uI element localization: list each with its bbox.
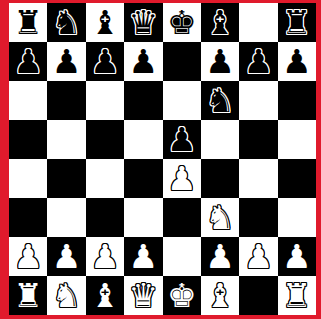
square-g1[interactable] — [239, 276, 277, 315]
piece-black-pawn[interactable]: ♟ — [205, 45, 235, 78]
square-d7[interactable]: ♟ — [124, 42, 162, 81]
piece-white-pawn[interactable]: ♟ — [52, 240, 82, 273]
square-h6[interactable] — [278, 81, 316, 120]
square-c2[interactable]: ♟ — [86, 237, 124, 276]
square-c7[interactable]: ♟ — [86, 42, 124, 81]
piece-black-pawn[interactable]: ♟ — [282, 45, 312, 78]
square-e5[interactable]: ♟ — [163, 120, 201, 159]
piece-white-queen[interactable]: ♛ — [129, 279, 159, 312]
square-a3[interactable] — [9, 198, 47, 237]
square-g4[interactable] — [239, 159, 277, 198]
square-f8[interactable]: ♝ — [201, 3, 239, 42]
piece-white-bishop[interactable]: ♝ — [205, 279, 235, 312]
piece-white-pawn[interactable]: ♟ — [167, 162, 197, 195]
piece-black-knight[interactable]: ♞ — [205, 84, 235, 117]
square-a2[interactable]: ♟ — [9, 237, 47, 276]
square-f2[interactable]: ♟ — [201, 237, 239, 276]
square-f3[interactable]: ♞ — [201, 198, 239, 237]
square-f4[interactable] — [201, 159, 239, 198]
square-c6[interactable] — [86, 81, 124, 120]
piece-black-rook[interactable]: ♜ — [282, 6, 312, 39]
board-frame: ♜♞♝♛♚♝♜♟♟♟♟♟♟♟♞♟♟♞♟♟♟♟♟♟♟♜♞♝♛♚♝♜ — [0, 0, 321, 319]
piece-white-rook[interactable]: ♜ — [282, 279, 312, 312]
square-e8[interactable]: ♚ — [163, 3, 201, 42]
square-h8[interactable]: ♜ — [278, 3, 316, 42]
square-f5[interactable] — [201, 120, 239, 159]
square-f1[interactable]: ♝ — [201, 276, 239, 315]
square-b3[interactable] — [47, 198, 85, 237]
square-g6[interactable] — [239, 81, 277, 120]
square-c1[interactable]: ♝ — [86, 276, 124, 315]
square-h1[interactable]: ♜ — [278, 276, 316, 315]
square-a4[interactable] — [9, 159, 47, 198]
square-a7[interactable]: ♟ — [9, 42, 47, 81]
square-e3[interactable] — [163, 198, 201, 237]
square-b4[interactable] — [47, 159, 85, 198]
piece-white-pawn[interactable]: ♟ — [244, 240, 274, 273]
square-h5[interactable] — [278, 120, 316, 159]
square-c5[interactable] — [86, 120, 124, 159]
square-f6[interactable]: ♞ — [201, 81, 239, 120]
square-c3[interactable] — [86, 198, 124, 237]
square-g3[interactable] — [239, 198, 277, 237]
square-g2[interactable]: ♟ — [239, 237, 277, 276]
square-c8[interactable]: ♝ — [86, 3, 124, 42]
square-b6[interactable] — [47, 81, 85, 120]
square-g5[interactable] — [239, 120, 277, 159]
square-h7[interactable]: ♟ — [278, 42, 316, 81]
piece-white-pawn[interactable]: ♟ — [90, 240, 120, 273]
square-b7[interactable]: ♟ — [47, 42, 85, 81]
piece-white-king[interactable]: ♚ — [167, 279, 197, 312]
square-e6[interactable] — [163, 81, 201, 120]
chess-board: ♜♞♝♛♚♝♜♟♟♟♟♟♟♟♞♟♟♞♟♟♟♟♟♟♟♜♞♝♛♚♝♜ — [9, 3, 316, 315]
square-b8[interactable]: ♞ — [47, 3, 85, 42]
square-a6[interactable] — [9, 81, 47, 120]
square-d4[interactable] — [124, 159, 162, 198]
square-b2[interactable]: ♟ — [47, 237, 85, 276]
piece-white-rook[interactable]: ♜ — [13, 279, 43, 312]
square-e2[interactable] — [163, 237, 201, 276]
piece-white-knight[interactable]: ♞ — [52, 279, 82, 312]
square-e1[interactable]: ♚ — [163, 276, 201, 315]
piece-white-pawn[interactable]: ♟ — [13, 240, 43, 273]
piece-black-pawn[interactable]: ♟ — [90, 45, 120, 78]
square-b5[interactable] — [47, 120, 85, 159]
square-d6[interactable] — [124, 81, 162, 120]
square-h4[interactable] — [278, 159, 316, 198]
piece-white-pawn[interactable]: ♟ — [129, 240, 159, 273]
piece-white-pawn[interactable]: ♟ — [282, 240, 312, 273]
square-a8[interactable]: ♜ — [9, 3, 47, 42]
piece-black-pawn[interactable]: ♟ — [244, 45, 274, 78]
square-f7[interactable]: ♟ — [201, 42, 239, 81]
square-e7[interactable] — [163, 42, 201, 81]
piece-black-pawn[interactable]: ♟ — [129, 45, 159, 78]
square-a1[interactable]: ♜ — [9, 276, 47, 315]
square-d3[interactable] — [124, 198, 162, 237]
square-h2[interactable]: ♟ — [278, 237, 316, 276]
square-a5[interactable] — [9, 120, 47, 159]
piece-white-knight[interactable]: ♞ — [205, 201, 235, 234]
square-d1[interactable]: ♛ — [124, 276, 162, 315]
square-b1[interactable]: ♞ — [47, 276, 85, 315]
piece-black-king[interactable]: ♚ — [167, 6, 197, 39]
piece-black-pawn[interactable]: ♟ — [167, 123, 197, 156]
square-d8[interactable]: ♛ — [124, 3, 162, 42]
piece-black-rook[interactable]: ♜ — [13, 6, 43, 39]
piece-black-knight[interactable]: ♞ — [52, 6, 82, 39]
piece-white-pawn[interactable]: ♟ — [205, 240, 235, 273]
square-d2[interactable]: ♟ — [124, 237, 162, 276]
square-d5[interactable] — [124, 120, 162, 159]
piece-black-bishop[interactable]: ♝ — [205, 6, 235, 39]
piece-black-pawn[interactable]: ♟ — [13, 45, 43, 78]
piece-black-pawn[interactable]: ♟ — [52, 45, 82, 78]
piece-white-bishop[interactable]: ♝ — [90, 279, 120, 312]
piece-black-queen[interactable]: ♛ — [129, 6, 159, 39]
square-h3[interactable] — [278, 198, 316, 237]
square-g8[interactable] — [239, 3, 277, 42]
square-e4[interactable]: ♟ — [163, 159, 201, 198]
square-g7[interactable]: ♟ — [239, 42, 277, 81]
square-c4[interactable] — [86, 159, 124, 198]
piece-black-bishop[interactable]: ♝ — [90, 6, 120, 39]
